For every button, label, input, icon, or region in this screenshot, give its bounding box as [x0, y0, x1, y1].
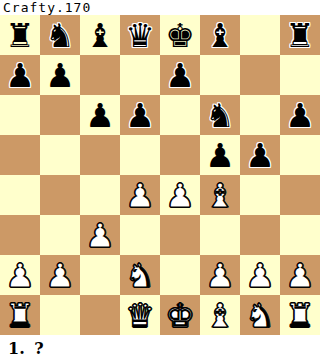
square-c8[interactable]: ♝ [80, 15, 120, 55]
square-a6[interactable] [0, 95, 40, 135]
square-g1[interactable]: ♞ [240, 295, 280, 335]
square-b6[interactable] [40, 95, 80, 135]
piece-white-bishop: ♝ [200, 175, 240, 215]
piece-white-pawn: ♟ [200, 255, 240, 295]
square-f4[interactable]: ♝ [200, 175, 240, 215]
piece-white-knight: ♞ [120, 255, 160, 295]
square-g6[interactable] [240, 95, 280, 135]
piece-black-queen: ♛ [120, 15, 160, 55]
piece-white-rook: ♜ [280, 295, 320, 335]
piece-black-rook: ♜ [0, 15, 40, 55]
square-d5[interactable] [120, 135, 160, 175]
chess-board: ♜♞♝♛♚♝♜♟♟♟♟♟♞♟♟♟♟♟♝♟♟♟♞♟♟♟♜♛♚♝♞♜ [0, 15, 320, 335]
square-c7[interactable] [80, 55, 120, 95]
square-e2[interactable] [160, 255, 200, 295]
square-e5[interactable] [160, 135, 200, 175]
square-h8[interactable]: ♜ [280, 15, 320, 55]
square-g7[interactable] [240, 55, 280, 95]
square-d8[interactable]: ♛ [120, 15, 160, 55]
square-f3[interactable] [200, 215, 240, 255]
window-title: Crafty.170 [0, 0, 320, 15]
piece-white-knight: ♞ [240, 295, 280, 335]
square-h5[interactable] [280, 135, 320, 175]
square-h1[interactable]: ♜ [280, 295, 320, 335]
square-b8[interactable]: ♞ [40, 15, 80, 55]
piece-black-rook: ♜ [280, 15, 320, 55]
piece-black-knight: ♞ [200, 95, 240, 135]
square-a3[interactable] [0, 215, 40, 255]
piece-black-pawn: ♟ [280, 95, 320, 135]
piece-white-rook: ♜ [0, 295, 40, 335]
square-b7[interactable]: ♟ [40, 55, 80, 95]
square-f5[interactable]: ♟ [200, 135, 240, 175]
square-f6[interactable]: ♞ [200, 95, 240, 135]
square-d2[interactable]: ♞ [120, 255, 160, 295]
square-f1[interactable]: ♝ [200, 295, 240, 335]
piece-white-bishop: ♝ [200, 295, 240, 335]
square-f7[interactable] [200, 55, 240, 95]
square-a2[interactable]: ♟ [0, 255, 40, 295]
square-c4[interactable] [80, 175, 120, 215]
square-h3[interactable] [280, 215, 320, 255]
piece-black-king: ♚ [160, 15, 200, 55]
square-a1[interactable]: ♜ [0, 295, 40, 335]
piece-black-pawn: ♟ [0, 55, 40, 95]
piece-white-pawn: ♟ [160, 175, 200, 215]
piece-white-queen: ♛ [120, 295, 160, 335]
piece-white-pawn: ♟ [280, 255, 320, 295]
square-c3[interactable]: ♟ [80, 215, 120, 255]
square-g5[interactable]: ♟ [240, 135, 280, 175]
square-g2[interactable]: ♟ [240, 255, 280, 295]
square-h4[interactable] [280, 175, 320, 215]
square-e8[interactable]: ♚ [160, 15, 200, 55]
piece-white-pawn: ♟ [240, 255, 280, 295]
square-g8[interactable] [240, 15, 280, 55]
square-f2[interactable]: ♟ [200, 255, 240, 295]
square-e6[interactable] [160, 95, 200, 135]
square-c5[interactable] [80, 135, 120, 175]
piece-black-pawn: ♟ [120, 95, 160, 135]
piece-black-pawn: ♟ [240, 135, 280, 175]
square-e1[interactable]: ♚ [160, 295, 200, 335]
move-prompt: 1. ? [0, 335, 320, 360]
square-a7[interactable]: ♟ [0, 55, 40, 95]
piece-black-bishop: ♝ [200, 15, 240, 55]
square-f8[interactable]: ♝ [200, 15, 240, 55]
square-h7[interactable] [280, 55, 320, 95]
square-d6[interactable]: ♟ [120, 95, 160, 135]
square-c1[interactable] [80, 295, 120, 335]
square-d1[interactable]: ♛ [120, 295, 160, 335]
piece-black-bishop: ♝ [80, 15, 120, 55]
square-a5[interactable] [0, 135, 40, 175]
piece-black-knight: ♞ [40, 15, 80, 55]
square-e7[interactable]: ♟ [160, 55, 200, 95]
square-d4[interactable]: ♟ [120, 175, 160, 215]
square-a4[interactable] [0, 175, 40, 215]
piece-black-pawn: ♟ [160, 55, 200, 95]
square-b1[interactable] [40, 295, 80, 335]
piece-white-king: ♚ [160, 295, 200, 335]
piece-white-pawn: ♟ [0, 255, 40, 295]
piece-black-pawn: ♟ [40, 55, 80, 95]
square-c2[interactable] [80, 255, 120, 295]
square-b5[interactable] [40, 135, 80, 175]
piece-white-pawn: ♟ [80, 215, 120, 255]
square-h2[interactable]: ♟ [280, 255, 320, 295]
crafty-window: Crafty.170 ♜♞♝♛♚♝♜♟♟♟♟♟♞♟♟♟♟♟♝♟♟♟♞♟♟♟♜♛♚… [0, 0, 320, 360]
square-g3[interactable] [240, 215, 280, 255]
piece-white-pawn: ♟ [40, 255, 80, 295]
square-d7[interactable] [120, 55, 160, 95]
piece-black-pawn: ♟ [80, 95, 120, 135]
square-e4[interactable]: ♟ [160, 175, 200, 215]
square-b2[interactable]: ♟ [40, 255, 80, 295]
square-c6[interactable]: ♟ [80, 95, 120, 135]
piece-white-pawn: ♟ [120, 175, 160, 215]
square-h6[interactable]: ♟ [280, 95, 320, 135]
square-d3[interactable] [120, 215, 160, 255]
square-e3[interactable] [160, 215, 200, 255]
square-b3[interactable] [40, 215, 80, 255]
square-b4[interactable] [40, 175, 80, 215]
square-a8[interactable]: ♜ [0, 15, 40, 55]
square-g4[interactable] [240, 175, 280, 215]
piece-black-pawn: ♟ [200, 135, 240, 175]
